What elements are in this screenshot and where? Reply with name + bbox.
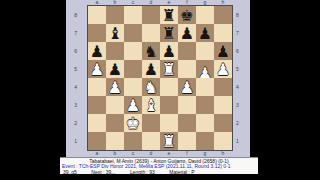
current-move: 39. g5 <box>63 170 77 175</box>
board-panel: abcdefgh 87654321 ♜♚♝♜♟♟♟♞♟♟♟♟♟♜♟♟♟♞♟♟♝♚… <box>66 0 250 157</box>
square-g2[interactable] <box>196 114 214 132</box>
rank-labels-left: 87654321 <box>66 6 80 150</box>
square-g3[interactable] <box>196 96 214 114</box>
square-e1[interactable]: ♜ <box>160 132 178 150</box>
rank-label-5-right: 5 <box>233 60 247 78</box>
square-b4[interactable]: ♟ <box>106 78 124 96</box>
square-b2[interactable] <box>106 114 124 132</box>
file-label-e-bottom: e <box>160 151 178 156</box>
white-rook-e1: ♜ <box>160 133 178 151</box>
file-label-h-bottom: h <box>214 151 232 156</box>
square-d3[interactable]: ♝ <box>142 96 160 114</box>
square-d5[interactable]: ♟ <box>142 60 160 78</box>
square-d8[interactable] <box>142 6 160 24</box>
square-a4[interactable] <box>88 78 106 96</box>
square-f3[interactable] <box>178 96 196 114</box>
square-c3[interactable]: ♟ <box>124 96 142 114</box>
white-pawn-b4: ♟ <box>106 79 124 97</box>
move-status-line: 39. g5 Next : 39... Length : 93 Material… <box>60 170 258 175</box>
black-knight-d6: ♞ <box>142 43 160 61</box>
square-h8[interactable] <box>214 6 232 24</box>
square-f4[interactable]: ♟ <box>178 78 196 96</box>
file-label-c-bottom: c <box>124 151 142 156</box>
black-pawn-a6: ♟ <box>88 43 106 61</box>
white-pawn-f4: ♟ <box>178 79 196 97</box>
square-e5[interactable]: ♜ <box>160 60 178 78</box>
square-b8[interactable] <box>106 6 124 24</box>
square-h3[interactable] <box>214 96 232 114</box>
square-a2[interactable] <box>88 114 106 132</box>
rank-label-7-right: 7 <box>233 24 247 42</box>
rank-label-3-left: 3 <box>66 96 80 114</box>
black-pawn-h6: ♟ <box>214 43 232 61</box>
caption-bar: Tabatabaei, M Amin (2639) - Anton Guijar… <box>60 157 258 174</box>
black-bishop-b7: ♝ <box>106 25 124 43</box>
black-rook-e7: ♜ <box>160 25 178 43</box>
game-length: Length : 93 <box>130 170 155 175</box>
square-b6[interactable] <box>106 42 124 60</box>
white-pawn-a5: ♟ <box>88 61 106 79</box>
square-e8[interactable]: ♜ <box>160 6 178 24</box>
square-d6[interactable]: ♞ <box>142 42 160 60</box>
file-label-d-bottom: d <box>142 151 160 156</box>
square-d4[interactable]: ♞ <box>142 78 160 96</box>
square-g7[interactable]: ♟ <box>196 24 214 42</box>
rank-label-6-right: 6 <box>233 42 247 60</box>
rank-label-8-right: 8 <box>233 6 247 24</box>
square-e7[interactable]: ♜ <box>160 24 178 42</box>
rank-label-7-left: 7 <box>66 24 80 42</box>
white-pawn-c3: ♟ <box>124 97 142 115</box>
black-pawn-f7: ♟ <box>178 25 196 43</box>
square-f7[interactable]: ♟ <box>178 24 196 42</box>
white-pawn-h5: ♟ <box>214 61 232 79</box>
chess-board: ♜♚♝♜♟♟♟♞♟♟♟♟♟♜♟♟♟♞♟♟♝♚♜ <box>87 5 233 151</box>
square-f8[interactable]: ♚ <box>178 6 196 24</box>
white-knight-d4: ♞ <box>142 79 160 97</box>
square-d7[interactable] <box>142 24 160 42</box>
white-king-c2: ♚ <box>124 115 142 133</box>
square-g1[interactable] <box>196 132 214 150</box>
square-h1[interactable] <box>214 132 232 150</box>
square-b5[interactable]: ♟ <box>106 60 124 78</box>
black-pawn-g7: ♟ <box>196 25 214 43</box>
next-move: Next : 39... <box>91 170 115 175</box>
square-g6[interactable] <box>196 42 214 60</box>
black-pawn-b5: ♟ <box>106 61 124 79</box>
square-h6[interactable]: ♟ <box>214 42 232 60</box>
file-label-f-bottom: f <box>178 151 196 156</box>
rank-label-3-right: 3 <box>233 96 247 114</box>
square-b3[interactable] <box>106 96 124 114</box>
rank-label-4-left: 4 <box>66 78 80 96</box>
rank-label-2-left: 2 <box>66 114 80 132</box>
square-e6[interactable]: ♟ <box>160 42 178 60</box>
file-label-g-bottom: g <box>196 151 214 156</box>
square-e4[interactable] <box>160 78 178 96</box>
square-a5[interactable]: ♟ <box>88 60 106 78</box>
square-f2[interactable] <box>178 114 196 132</box>
square-a6[interactable]: ♟ <box>88 42 106 60</box>
square-e2[interactable] <box>160 114 178 132</box>
square-a7[interactable] <box>88 24 106 42</box>
square-g4[interactable] <box>196 78 214 96</box>
white-rook-e5: ♜ <box>160 61 178 79</box>
square-h2[interactable] <box>214 114 232 132</box>
square-h4[interactable] <box>214 78 232 96</box>
square-f1[interactable] <box>178 132 196 150</box>
square-c7[interactable] <box>124 24 142 42</box>
white-bishop-d3: ♝ <box>142 97 160 115</box>
rank-label-2-right: 2 <box>233 114 247 132</box>
black-pawn-e6: ♟ <box>160 43 178 61</box>
square-h7[interactable] <box>214 24 232 42</box>
square-h5[interactable]: ♟ <box>214 60 232 78</box>
rank-label-1-left: 1 <box>66 132 80 150</box>
square-f5[interactable] <box>178 60 196 78</box>
rank-label-5-left: 5 <box>66 60 80 78</box>
rank-label-8-left: 8 <box>66 6 80 24</box>
square-a3[interactable] <box>88 96 106 114</box>
file-labels-bottom: abcdefgh <box>88 151 232 156</box>
square-c5[interactable] <box>124 60 142 78</box>
rank-label-1-right: 1 <box>233 132 247 150</box>
square-d1[interactable] <box>142 132 160 150</box>
square-d2[interactable] <box>142 114 160 132</box>
black-king-f8: ♚ <box>178 7 196 25</box>
rank-label-4-right: 4 <box>233 78 247 96</box>
file-label-a-bottom: a <box>88 151 106 156</box>
square-c2[interactable]: ♚ <box>124 114 142 132</box>
black-pawn-d5: ♟ <box>142 61 160 79</box>
square-c6[interactable] <box>124 42 142 60</box>
square-g5[interactable]: ♟ <box>196 60 214 78</box>
rank-label-6-left: 6 <box>66 42 80 60</box>
square-c8[interactable] <box>124 6 142 24</box>
black-rook-e8: ♜ <box>160 7 178 25</box>
square-a1[interactable] <box>88 132 106 150</box>
square-g8[interactable] <box>196 6 214 24</box>
square-e3[interactable] <box>160 96 178 114</box>
square-b7[interactable]: ♝ <box>106 24 124 42</box>
square-f6[interactable] <box>178 42 196 60</box>
square-b1[interactable] <box>106 132 124 150</box>
material-balance: Material : P <box>169 170 194 175</box>
square-a8[interactable] <box>88 6 106 24</box>
rank-labels-right: 87654321 <box>233 6 247 150</box>
video-frame: abcdefgh 87654321 ♜♚♝♜♟♟♟♞♟♟♟♟♟♜♟♟♟♞♟♟♝♚… <box>0 0 320 180</box>
square-c1[interactable] <box>124 132 142 150</box>
square-c4[interactable] <box>124 78 142 96</box>
file-label-b-bottom: b <box>106 151 124 156</box>
